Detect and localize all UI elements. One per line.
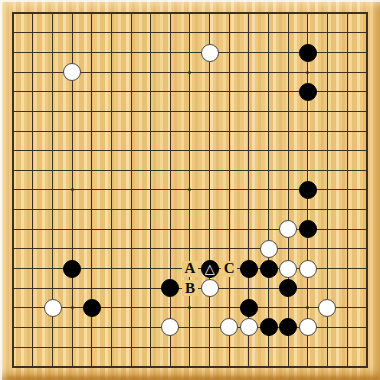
- board-point[interactable]: [200, 278, 220, 298]
- board-point[interactable]: [239, 357, 259, 377]
- board-point[interactable]: [239, 82, 259, 102]
- board-point[interactable]: [141, 239, 161, 259]
- board-point[interactable]: [23, 102, 43, 122]
- board-point[interactable]: [161, 278, 181, 298]
- board-point[interactable]: [180, 4, 200, 24]
- board-point[interactable]: [318, 318, 338, 338]
- board-point[interactable]: [298, 43, 318, 63]
- board-point[interactable]: [43, 298, 63, 318]
- board-point[interactable]: [102, 62, 122, 82]
- board-point[interactable]: [219, 200, 239, 220]
- board-point[interactable]: [337, 180, 357, 200]
- board-point[interactable]: [259, 102, 279, 122]
- board-point[interactable]: [318, 357, 338, 377]
- board-point[interactable]: [200, 298, 220, 318]
- board-point[interactable]: [43, 180, 63, 200]
- board-point[interactable]: [180, 102, 200, 122]
- board-point[interactable]: [141, 82, 161, 102]
- board-point[interactable]: [337, 141, 357, 161]
- board-point[interactable]: [278, 318, 298, 338]
- board-point[interactable]: [219, 43, 239, 63]
- board-point[interactable]: [180, 43, 200, 63]
- board-point[interactable]: [43, 82, 63, 102]
- board-point[interactable]: [337, 337, 357, 357]
- board-point[interactable]: [141, 298, 161, 318]
- board-point[interactable]: [259, 200, 279, 220]
- board-point[interactable]: [219, 121, 239, 141]
- board-point[interactable]: [82, 278, 102, 298]
- board-point[interactable]: [239, 23, 259, 43]
- board-point[interactable]: [82, 161, 102, 181]
- board-point[interactable]: [121, 219, 141, 239]
- board-point[interactable]: [62, 4, 82, 24]
- board-point[interactable]: [200, 200, 220, 220]
- board-point[interactable]: [82, 259, 102, 279]
- board-point[interactable]: [298, 161, 318, 181]
- board-point[interactable]: [200, 141, 220, 161]
- board-point[interactable]: [180, 298, 200, 318]
- board-point[interactable]: [337, 298, 357, 318]
- board-point[interactable]: [23, 82, 43, 102]
- board-point[interactable]: [82, 62, 102, 82]
- board-point[interactable]: [43, 102, 63, 122]
- board-point[interactable]: [357, 219, 377, 239]
- board-point[interactable]: [82, 219, 102, 239]
- board-point[interactable]: [82, 43, 102, 63]
- board-point[interactable]: [4, 200, 24, 220]
- board-point[interactable]: [102, 43, 122, 63]
- board-point[interactable]: [62, 62, 82, 82]
- board-point[interactable]: [239, 4, 259, 24]
- board-point[interactable]: [259, 357, 279, 377]
- board-point[interactable]: [161, 239, 181, 259]
- board-point[interactable]: [62, 141, 82, 161]
- board-point[interactable]: [161, 180, 181, 200]
- board-point[interactable]: [180, 23, 200, 43]
- board-point[interactable]: [357, 298, 377, 318]
- board-point[interactable]: [337, 200, 357, 220]
- board-point[interactable]: [102, 23, 122, 43]
- board-point[interactable]: [337, 102, 357, 122]
- board-point[interactable]: [180, 318, 200, 338]
- board-point[interactable]: [219, 141, 239, 161]
- board-point[interactable]: [4, 23, 24, 43]
- board-point[interactable]: [23, 259, 43, 279]
- board-point[interactable]: [357, 200, 377, 220]
- board-point[interactable]: [318, 121, 338, 141]
- board-point[interactable]: [4, 278, 24, 298]
- board-point[interactable]: [357, 318, 377, 338]
- board-point[interactable]: [121, 318, 141, 338]
- board-point[interactable]: [180, 62, 200, 82]
- board-point[interactable]: [298, 337, 318, 357]
- board-point[interactable]: [318, 4, 338, 24]
- board-point[interactable]: [180, 200, 200, 220]
- board-point[interactable]: [102, 219, 122, 239]
- board-point[interactable]: [219, 4, 239, 24]
- board-point[interactable]: [82, 298, 102, 318]
- board-point[interactable]: [337, 278, 357, 298]
- board-point[interactable]: [357, 82, 377, 102]
- board-point[interactable]: [219, 318, 239, 338]
- board-point[interactable]: [180, 239, 200, 259]
- board-point[interactable]: [141, 141, 161, 161]
- board-point[interactable]: [43, 278, 63, 298]
- board-point[interactable]: C: [219, 259, 239, 279]
- board-point[interactable]: [62, 102, 82, 122]
- board-point[interactable]: [82, 102, 102, 122]
- board-point[interactable]: [102, 259, 122, 279]
- board-point[interactable]: [102, 318, 122, 338]
- board-point[interactable]: [259, 141, 279, 161]
- board-point[interactable]: [4, 141, 24, 161]
- board-point[interactable]: [62, 298, 82, 318]
- board-point[interactable]: [239, 161, 259, 181]
- board-point[interactable]: [200, 23, 220, 43]
- board-point[interactable]: [121, 62, 141, 82]
- board-point[interactable]: [141, 337, 161, 357]
- board-point[interactable]: [43, 337, 63, 357]
- board-point[interactable]: [298, 318, 318, 338]
- board-point[interactable]: [239, 62, 259, 82]
- board-point[interactable]: [121, 259, 141, 279]
- board-point[interactable]: [102, 357, 122, 377]
- board-point[interactable]: [121, 4, 141, 24]
- board-point[interactable]: [200, 102, 220, 122]
- board-point[interactable]: [62, 219, 82, 239]
- board-point[interactable]: [337, 121, 357, 141]
- board-point[interactable]: [357, 43, 377, 63]
- board-point[interactable]: [219, 278, 239, 298]
- board-point[interactable]: [239, 259, 259, 279]
- board-point[interactable]: [219, 219, 239, 239]
- board-point[interactable]: [62, 82, 82, 102]
- board-point[interactable]: [298, 180, 318, 200]
- board-point[interactable]: [337, 4, 357, 24]
- board-point[interactable]: [239, 141, 259, 161]
- board-point[interactable]: [357, 62, 377, 82]
- board-point[interactable]: [121, 161, 141, 181]
- board-point[interactable]: [337, 219, 357, 239]
- board-point[interactable]: [318, 259, 338, 279]
- board-point[interactable]: [278, 161, 298, 181]
- board-point[interactable]: [82, 337, 102, 357]
- board-point[interactable]: [259, 82, 279, 102]
- board-point[interactable]: [23, 357, 43, 377]
- board-point[interactable]: [43, 357, 63, 377]
- board-point[interactable]: [357, 161, 377, 181]
- board-point[interactable]: [23, 337, 43, 357]
- board-point[interactable]: [62, 200, 82, 220]
- board-point[interactable]: [357, 357, 377, 377]
- board-point[interactable]: [121, 23, 141, 43]
- board-point[interactable]: [318, 239, 338, 259]
- board-point[interactable]: [278, 298, 298, 318]
- board-point[interactable]: [200, 161, 220, 181]
- board-point[interactable]: [161, 200, 181, 220]
- board-point[interactable]: [318, 298, 338, 318]
- board-point[interactable]: [357, 102, 377, 122]
- board-point[interactable]: [337, 82, 357, 102]
- board-point[interactable]: [161, 102, 181, 122]
- board-point[interactable]: [23, 121, 43, 141]
- board-point[interactable]: [102, 200, 122, 220]
- board-point[interactable]: [82, 239, 102, 259]
- board-point[interactable]: [298, 23, 318, 43]
- board-point[interactable]: [141, 180, 161, 200]
- board-point[interactable]: [102, 121, 122, 141]
- board-point[interactable]: [278, 4, 298, 24]
- board-point[interactable]: [180, 121, 200, 141]
- board-point[interactable]: [62, 318, 82, 338]
- board-point[interactable]: [298, 121, 318, 141]
- board-point[interactable]: [278, 82, 298, 102]
- board-point[interactable]: [200, 62, 220, 82]
- board-point[interactable]: [239, 121, 259, 141]
- board-point[interactable]: [219, 161, 239, 181]
- board-point[interactable]: [161, 4, 181, 24]
- board-point[interactable]: [357, 278, 377, 298]
- board-point[interactable]: [161, 259, 181, 279]
- board-point[interactable]: [4, 219, 24, 239]
- board-point[interactable]: [298, 259, 318, 279]
- board-point[interactable]: [298, 141, 318, 161]
- board-point[interactable]: [259, 4, 279, 24]
- board-point[interactable]: [121, 43, 141, 63]
- board-point[interactable]: [82, 4, 102, 24]
- board-point[interactable]: [141, 259, 161, 279]
- board-point[interactable]: [278, 239, 298, 259]
- board-point[interactable]: [161, 62, 181, 82]
- board-point[interactable]: [43, 43, 63, 63]
- board-point[interactable]: [43, 219, 63, 239]
- board-point[interactable]: [337, 318, 357, 338]
- board-point[interactable]: [4, 259, 24, 279]
- board-point[interactable]: [141, 62, 161, 82]
- board-point[interactable]: [102, 161, 122, 181]
- board-point[interactable]: [161, 82, 181, 102]
- board-point[interactable]: [259, 259, 279, 279]
- board-point[interactable]: [43, 318, 63, 338]
- board-point[interactable]: [180, 161, 200, 181]
- board-point[interactable]: [102, 82, 122, 102]
- board-point[interactable]: [62, 161, 82, 181]
- board-point[interactable]: [357, 239, 377, 259]
- board-point[interactable]: [239, 239, 259, 259]
- board-point[interactable]: [259, 23, 279, 43]
- board-point[interactable]: [239, 200, 259, 220]
- board-point[interactable]: [4, 180, 24, 200]
- board-point[interactable]: [357, 141, 377, 161]
- board-point[interactable]: [239, 219, 259, 239]
- board-point[interactable]: [278, 102, 298, 122]
- board-point[interactable]: [23, 62, 43, 82]
- board-point[interactable]: [298, 239, 318, 259]
- board-point[interactable]: [259, 318, 279, 338]
- board-point[interactable]: [141, 318, 161, 338]
- board-point[interactable]: [141, 278, 161, 298]
- board-point[interactable]: [318, 62, 338, 82]
- board-point[interactable]: [219, 357, 239, 377]
- board-point[interactable]: [337, 239, 357, 259]
- board-point[interactable]: [200, 239, 220, 259]
- board-point[interactable]: [200, 337, 220, 357]
- board-point[interactable]: [23, 141, 43, 161]
- board-point[interactable]: [200, 4, 220, 24]
- board-point[interactable]: [121, 82, 141, 102]
- board-point[interactable]: [4, 82, 24, 102]
- board-point[interactable]: [259, 337, 279, 357]
- board-point[interactable]: [259, 298, 279, 318]
- board-point[interactable]: [23, 200, 43, 220]
- board-point[interactable]: [219, 82, 239, 102]
- board-point[interactable]: [357, 4, 377, 24]
- board-point[interactable]: [23, 4, 43, 24]
- board-point[interactable]: [278, 180, 298, 200]
- board-point[interactable]: [298, 278, 318, 298]
- board-point[interactable]: [102, 298, 122, 318]
- board-point[interactable]: [357, 259, 377, 279]
- board-point[interactable]: [278, 43, 298, 63]
- board-point[interactable]: [239, 278, 259, 298]
- board-point[interactable]: [161, 121, 181, 141]
- board-point[interactable]: [102, 239, 122, 259]
- board-point[interactable]: [357, 337, 377, 357]
- board-point[interactable]: [200, 82, 220, 102]
- board-point[interactable]: [62, 278, 82, 298]
- board-point[interactable]: [23, 43, 43, 63]
- board-point[interactable]: [43, 4, 63, 24]
- board-point[interactable]: [278, 200, 298, 220]
- board-point[interactable]: [298, 62, 318, 82]
- board-point[interactable]: [259, 219, 279, 239]
- board-point[interactable]: [82, 180, 102, 200]
- board-point[interactable]: [4, 357, 24, 377]
- board-point[interactable]: [141, 219, 161, 239]
- board-point[interactable]: [318, 337, 338, 357]
- board-point[interactable]: [43, 62, 63, 82]
- board-point[interactable]: [318, 102, 338, 122]
- board-point[interactable]: A: [180, 259, 200, 279]
- board-point[interactable]: [82, 82, 102, 102]
- board-point[interactable]: △: [200, 259, 220, 279]
- board-point[interactable]: [121, 200, 141, 220]
- board-point[interactable]: [43, 161, 63, 181]
- board-point[interactable]: [318, 278, 338, 298]
- board-point[interactable]: [298, 102, 318, 122]
- board-point[interactable]: [4, 337, 24, 357]
- board-point[interactable]: [4, 121, 24, 141]
- board-point[interactable]: [337, 43, 357, 63]
- board-point[interactable]: [43, 141, 63, 161]
- board-point[interactable]: [4, 102, 24, 122]
- board-point[interactable]: [82, 141, 102, 161]
- board-point[interactable]: [318, 180, 338, 200]
- board-point[interactable]: [259, 239, 279, 259]
- board-point[interactable]: [121, 102, 141, 122]
- board-point[interactable]: [43, 259, 63, 279]
- board-point[interactable]: [219, 23, 239, 43]
- board-point[interactable]: [62, 121, 82, 141]
- board-point[interactable]: [102, 180, 122, 200]
- board-point[interactable]: [82, 357, 102, 377]
- board-point[interactable]: [62, 259, 82, 279]
- board-point[interactable]: [318, 23, 338, 43]
- board-point[interactable]: [278, 219, 298, 239]
- board-point[interactable]: [318, 82, 338, 102]
- board-point[interactable]: [62, 357, 82, 377]
- board-point[interactable]: [219, 239, 239, 259]
- board-point[interactable]: [82, 200, 102, 220]
- board-point[interactable]: [219, 337, 239, 357]
- board-point[interactable]: [82, 23, 102, 43]
- board-point[interactable]: [43, 121, 63, 141]
- board-point[interactable]: [278, 121, 298, 141]
- board-point[interactable]: [102, 4, 122, 24]
- board-point[interactable]: [4, 318, 24, 338]
- board-point[interactable]: [200, 357, 220, 377]
- board-point[interactable]: [278, 141, 298, 161]
- board-point[interactable]: [4, 239, 24, 259]
- board-point[interactable]: [161, 161, 181, 181]
- board-point[interactable]: [357, 23, 377, 43]
- board-point[interactable]: [337, 357, 357, 377]
- board-point[interactable]: [62, 43, 82, 63]
- board-point[interactable]: [298, 200, 318, 220]
- board-point[interactable]: [337, 62, 357, 82]
- board-point[interactable]: [23, 161, 43, 181]
- board-point[interactable]: [180, 82, 200, 102]
- board-point[interactable]: [298, 82, 318, 102]
- board-point[interactable]: [239, 318, 259, 338]
- board-point[interactable]: [278, 259, 298, 279]
- board-point[interactable]: [278, 337, 298, 357]
- board-point[interactable]: [141, 200, 161, 220]
- board-point[interactable]: [161, 141, 181, 161]
- board-point[interactable]: [23, 23, 43, 43]
- board-point[interactable]: [4, 161, 24, 181]
- board-point[interactable]: [121, 337, 141, 357]
- board-point[interactable]: [180, 180, 200, 200]
- board-point[interactable]: [102, 102, 122, 122]
- board-point[interactable]: [102, 278, 122, 298]
- board-point[interactable]: [121, 141, 141, 161]
- board-point[interactable]: [180, 219, 200, 239]
- board-point[interactable]: [62, 23, 82, 43]
- board-point[interactable]: [259, 62, 279, 82]
- board-point[interactable]: [121, 298, 141, 318]
- board-point[interactable]: [180, 337, 200, 357]
- board-point[interactable]: [239, 102, 259, 122]
- board-point[interactable]: [259, 121, 279, 141]
- board-point[interactable]: [121, 278, 141, 298]
- board-point[interactable]: [200, 121, 220, 141]
- board-point[interactable]: [23, 219, 43, 239]
- board-point[interactable]: [278, 278, 298, 298]
- board-point[interactable]: [239, 43, 259, 63]
- board-point[interactable]: [180, 141, 200, 161]
- board-point[interactable]: [239, 180, 259, 200]
- board-point[interactable]: [298, 4, 318, 24]
- board-point[interactable]: [141, 161, 161, 181]
- board-point[interactable]: [239, 298, 259, 318]
- board-point[interactable]: [318, 200, 338, 220]
- board-point[interactable]: [337, 161, 357, 181]
- board-point[interactable]: [141, 102, 161, 122]
- board-point[interactable]: [121, 121, 141, 141]
- board-point[interactable]: [239, 337, 259, 357]
- board-point[interactable]: [161, 357, 181, 377]
